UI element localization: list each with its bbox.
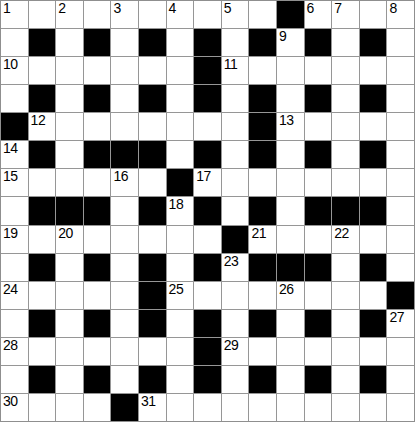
white-cell[interactable]	[249, 338, 276, 365]
white-cell[interactable]	[249, 57, 276, 84]
white-cell[interactable]	[387, 254, 414, 281]
white-cell[interactable]	[222, 310, 249, 337]
white-cell[interactable]	[305, 394, 332, 421]
white-cell[interactable]	[29, 1, 56, 28]
white-cell[interactable]	[222, 113, 249, 140]
black-cell	[305, 29, 332, 56]
white-cell[interactable]	[332, 282, 359, 309]
clue-number: 7	[334, 1, 341, 16]
black-cell	[1, 113, 28, 140]
white-cell[interactable]: 13	[277, 113, 304, 140]
black-cell	[111, 394, 138, 421]
white-cell[interactable]	[84, 338, 111, 365]
black-cell	[194, 85, 221, 112]
white-cell[interactable]	[56, 254, 83, 281]
white-cell[interactable]: 25	[167, 282, 194, 309]
white-cell[interactable]	[360, 394, 387, 421]
white-cell[interactable]	[29, 338, 56, 365]
white-cell[interactable]: 1	[1, 1, 28, 28]
black-cell	[249, 310, 276, 337]
white-cell[interactable]: 3	[111, 1, 138, 28]
black-cell	[249, 85, 276, 112]
black-cell	[360, 254, 387, 281]
black-cell	[139, 85, 166, 112]
white-cell[interactable]	[387, 366, 414, 393]
white-cell[interactable]	[360, 282, 387, 309]
black-cell	[194, 366, 221, 393]
black-cell	[277, 1, 304, 28]
white-cell[interactable]	[167, 226, 194, 253]
black-cell	[249, 197, 276, 224]
white-cell[interactable]	[277, 310, 304, 337]
clue-number: 19	[3, 226, 18, 241]
black-cell	[84, 310, 111, 337]
white-cell[interactable]	[29, 226, 56, 253]
white-cell[interactable]	[56, 394, 83, 421]
white-cell[interactable]	[139, 169, 166, 196]
white-cell[interactable]	[387, 113, 414, 140]
white-cell[interactable]	[305, 282, 332, 309]
black-cell	[194, 141, 221, 168]
white-cell[interactable]	[167, 141, 194, 168]
white-cell[interactable]	[387, 394, 414, 421]
white-cell[interactable]	[56, 141, 83, 168]
white-cell[interactable]	[360, 1, 387, 28]
clue-number: 2	[58, 1, 65, 16]
white-cell[interactable]	[1, 254, 28, 281]
white-cell[interactable]	[1, 197, 28, 224]
clue-number: 3	[113, 1, 120, 16]
black-cell	[139, 141, 166, 168]
white-cell[interactable]	[56, 338, 83, 365]
white-cell[interactable]	[360, 113, 387, 140]
black-cell	[111, 141, 138, 168]
white-cell[interactable]	[29, 169, 56, 196]
white-cell[interactable]	[277, 366, 304, 393]
white-cell[interactable]	[167, 113, 194, 140]
white-cell[interactable]	[305, 169, 332, 196]
clue-number: 17	[196, 169, 211, 184]
black-cell	[249, 113, 276, 140]
white-cell[interactable]	[360, 57, 387, 84]
white-cell[interactable]	[1, 310, 28, 337]
white-cell[interactable]	[332, 338, 359, 365]
black-cell	[29, 29, 56, 56]
clue-number: 22	[334, 226, 349, 241]
white-cell[interactable]: 27	[387, 310, 414, 337]
white-cell[interactable]: 14	[1, 141, 28, 168]
white-cell[interactable]: 20	[56, 226, 83, 253]
white-cell[interactable]	[111, 57, 138, 84]
white-cell[interactable]: 22	[332, 226, 359, 253]
clue-number: 1	[3, 1, 10, 16]
white-cell[interactable]: 28	[1, 338, 28, 365]
white-cell[interactable]	[277, 226, 304, 253]
white-cell[interactable]: 12	[29, 113, 56, 140]
white-cell[interactable]	[249, 394, 276, 421]
white-cell[interactable]	[1, 29, 28, 56]
black-cell	[305, 310, 332, 337]
white-cell[interactable]	[84, 1, 111, 28]
white-cell[interactable]	[167, 29, 194, 56]
white-cell[interactable]	[111, 254, 138, 281]
white-cell[interactable]	[167, 338, 194, 365]
white-cell[interactable]: 2	[56, 1, 83, 28]
white-cell[interactable]	[332, 29, 359, 56]
white-cell[interactable]	[332, 310, 359, 337]
white-cell[interactable]	[167, 310, 194, 337]
white-cell[interactable]	[84, 394, 111, 421]
white-cell[interactable]	[277, 338, 304, 365]
white-cell[interactable]	[167, 366, 194, 393]
white-cell[interactable]	[277, 394, 304, 421]
black-cell	[84, 141, 111, 168]
black-cell	[29, 310, 56, 337]
white-cell[interactable]: 11	[222, 57, 249, 84]
white-cell[interactable]	[249, 1, 276, 28]
white-cell[interactable]	[277, 57, 304, 84]
black-cell	[249, 254, 276, 281]
black-cell	[29, 85, 56, 112]
white-cell[interactable]	[332, 169, 359, 196]
white-cell[interactable]	[387, 141, 414, 168]
white-cell[interactable]	[387, 85, 414, 112]
black-cell	[139, 29, 166, 56]
clue-number: 18	[169, 197, 184, 212]
white-cell[interactable]	[194, 394, 221, 421]
white-cell[interactable]	[167, 57, 194, 84]
white-cell[interactable]	[111, 310, 138, 337]
white-cell[interactable]	[249, 169, 276, 196]
black-cell	[29, 254, 56, 281]
white-cell[interactable]	[194, 282, 221, 309]
white-cell[interactable]	[222, 29, 249, 56]
white-cell[interactable]	[222, 85, 249, 112]
white-cell[interactable]	[332, 85, 359, 112]
white-cell[interactable]	[387, 29, 414, 56]
white-cell[interactable]: 18	[167, 197, 194, 224]
white-cell[interactable]	[277, 169, 304, 196]
black-cell	[360, 141, 387, 168]
white-cell[interactable]	[29, 394, 56, 421]
black-cell	[305, 366, 332, 393]
white-cell[interactable]	[56, 366, 83, 393]
white-cell[interactable]	[277, 197, 304, 224]
clue-number: 6	[307, 1, 314, 16]
white-cell[interactable]	[111, 85, 138, 112]
white-cell[interactable]	[167, 394, 194, 421]
white-cell[interactable]	[222, 366, 249, 393]
white-cell[interactable]: 30	[1, 394, 28, 421]
white-cell[interactable]	[194, 113, 221, 140]
clue-number: 29	[224, 338, 239, 353]
white-cell[interactable]	[56, 113, 83, 140]
white-cell[interactable]: 21	[249, 226, 276, 253]
white-cell[interactable]	[249, 282, 276, 309]
black-cell	[139, 366, 166, 393]
white-cell[interactable]	[332, 113, 359, 140]
black-cell	[194, 57, 221, 84]
clue-number: 30	[3, 394, 18, 409]
black-cell	[139, 197, 166, 224]
white-cell[interactable]	[111, 282, 138, 309]
clue-number: 27	[389, 310, 404, 325]
white-cell[interactable]: 24	[1, 282, 28, 309]
white-cell[interactable]: 16	[111, 169, 138, 196]
clue-number: 28	[3, 338, 18, 353]
white-cell[interactable]	[222, 169, 249, 196]
white-cell[interactable]	[84, 226, 111, 253]
white-cell[interactable]	[222, 197, 249, 224]
white-cell[interactable]	[222, 282, 249, 309]
white-cell[interactable]	[139, 113, 166, 140]
white-cell[interactable]	[84, 169, 111, 196]
black-cell	[167, 169, 194, 196]
white-cell[interactable]: 8	[387, 1, 414, 28]
clue-number: 11	[224, 57, 238, 72]
black-cell	[360, 366, 387, 393]
clue-number: 26	[279, 282, 294, 297]
white-cell[interactable]	[332, 394, 359, 421]
black-cell	[139, 310, 166, 337]
black-cell	[29, 141, 56, 168]
black-cell	[305, 85, 332, 112]
white-cell[interactable]	[167, 254, 194, 281]
clue-number: 25	[169, 282, 184, 297]
white-cell[interactable]	[277, 85, 304, 112]
white-cell[interactable]	[139, 1, 166, 28]
black-cell	[84, 197, 111, 224]
clue-number: 12	[31, 113, 46, 128]
clue-number: 10	[3, 57, 18, 72]
white-cell[interactable]	[387, 197, 414, 224]
black-cell	[305, 254, 332, 281]
white-cell[interactable]	[56, 310, 83, 337]
white-cell[interactable]: 7	[332, 1, 359, 28]
black-cell	[84, 29, 111, 56]
black-cell	[139, 282, 166, 309]
black-cell	[84, 254, 111, 281]
white-cell[interactable]	[111, 113, 138, 140]
black-cell	[194, 254, 221, 281]
clue-number: 9	[279, 29, 286, 44]
white-cell[interactable]	[194, 1, 221, 28]
clue-number: 23	[224, 254, 239, 269]
white-cell[interactable]	[139, 226, 166, 253]
white-cell[interactable]: 19	[1, 226, 28, 253]
white-cell[interactable]	[332, 141, 359, 168]
white-cell[interactable]	[305, 57, 332, 84]
white-cell[interactable]	[387, 226, 414, 253]
black-cell	[29, 366, 56, 393]
white-cell[interactable]	[56, 57, 83, 84]
white-cell[interactable]	[29, 282, 56, 309]
white-cell[interactable]	[111, 197, 138, 224]
clue-number: 4	[169, 1, 176, 16]
black-cell	[249, 29, 276, 56]
black-cell	[277, 254, 304, 281]
black-cell	[305, 141, 332, 168]
white-cell[interactable]	[111, 366, 138, 393]
clue-number: 13	[279, 113, 294, 128]
white-cell[interactable]	[56, 85, 83, 112]
crossword-grid: 1234567891011121314151617181920212223242…	[0, 0, 415, 422]
white-cell[interactable]	[360, 169, 387, 196]
white-cell[interactable]: 5	[222, 1, 249, 28]
white-cell[interactable]	[111, 226, 138, 253]
white-cell[interactable]	[139, 338, 166, 365]
white-cell[interactable]	[84, 113, 111, 140]
white-cell[interactable]	[84, 57, 111, 84]
white-cell[interactable]	[84, 282, 111, 309]
white-cell[interactable]	[305, 338, 332, 365]
white-cell[interactable]: 15	[1, 169, 28, 196]
white-cell[interactable]: 31	[139, 394, 166, 421]
white-cell[interactable]: 9	[277, 29, 304, 56]
white-cell[interactable]: 17	[194, 169, 221, 196]
black-cell	[360, 85, 387, 112]
white-cell[interactable]	[305, 113, 332, 140]
black-cell	[332, 197, 359, 224]
white-cell[interactable]	[56, 29, 83, 56]
white-cell[interactable]	[222, 394, 249, 421]
clue-number: 8	[389, 1, 396, 16]
black-cell	[387, 282, 414, 309]
clue-number: 21	[251, 226, 266, 241]
white-cell[interactable]: 26	[277, 282, 304, 309]
white-cell[interactable]	[387, 338, 414, 365]
black-cell	[194, 338, 221, 365]
white-cell[interactable]: 4	[167, 1, 194, 28]
white-cell[interactable]	[277, 141, 304, 168]
black-cell	[249, 141, 276, 168]
black-cell	[222, 226, 249, 253]
black-cell	[194, 197, 221, 224]
black-cell	[305, 197, 332, 224]
white-cell[interactable]	[194, 226, 221, 253]
white-cell[interactable]	[29, 57, 56, 84]
clue-number: 31	[141, 394, 156, 409]
white-cell[interactable]	[305, 226, 332, 253]
white-cell[interactable]	[1, 366, 28, 393]
white-cell[interactable]: 29	[222, 338, 249, 365]
white-cell[interactable]	[332, 366, 359, 393]
black-cell	[29, 197, 56, 224]
white-cell[interactable]	[56, 169, 83, 196]
white-cell[interactable]	[387, 57, 414, 84]
white-cell[interactable]	[360, 338, 387, 365]
black-cell	[139, 254, 166, 281]
black-cell	[360, 197, 387, 224]
white-cell[interactable]	[360, 226, 387, 253]
white-cell[interactable]	[332, 57, 359, 84]
white-cell[interactable]	[111, 29, 138, 56]
white-cell[interactable]	[1, 85, 28, 112]
white-cell[interactable]: 6	[305, 1, 332, 28]
white-cell[interactable]: 23	[222, 254, 249, 281]
black-cell	[249, 366, 276, 393]
white-cell[interactable]	[139, 57, 166, 84]
black-cell	[360, 29, 387, 56]
black-cell	[360, 310, 387, 337]
clue-number: 14	[3, 141, 18, 156]
black-cell	[194, 310, 221, 337]
white-cell[interactable]	[332, 254, 359, 281]
crossword-puzzle: 1234567891011121314151617181920212223242…	[0, 0, 415, 427]
black-cell	[194, 29, 221, 56]
white-cell[interactable]	[111, 338, 138, 365]
white-cell[interactable]	[387, 169, 414, 196]
black-cell	[84, 366, 111, 393]
white-cell[interactable]	[222, 141, 249, 168]
white-cell[interactable]: 10	[1, 57, 28, 84]
clue-number: 16	[113, 169, 128, 184]
clue-number: 15	[3, 169, 18, 184]
white-cell[interactable]	[167, 85, 194, 112]
black-cell	[56, 197, 83, 224]
white-cell[interactable]	[56, 282, 83, 309]
clue-number: 5	[224, 1, 231, 16]
clue-number: 20	[58, 226, 73, 241]
black-cell	[84, 85, 111, 112]
clue-number: 24	[3, 282, 18, 297]
